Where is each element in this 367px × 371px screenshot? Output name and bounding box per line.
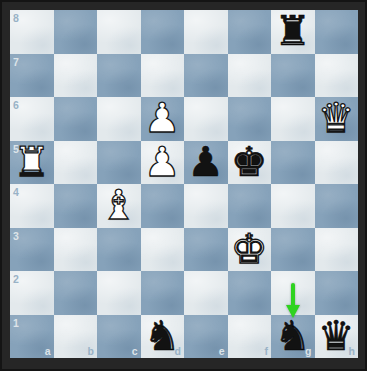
square-b5[interactable] [54,141,98,185]
white-rook-a5[interactable]: ♜ [10,141,54,185]
rank-label-7: 7 [13,56,19,68]
square-b2[interactable] [54,271,98,315]
square-g5[interactable] [271,141,315,185]
file-label-b: b [88,345,94,357]
square-c6[interactable] [97,97,141,141]
rank-label-4: 4 [13,186,19,198]
square-c1[interactable]: c [97,315,141,359]
square-d7[interactable] [141,54,185,98]
square-d3[interactable] [141,228,185,272]
square-c3[interactable] [97,228,141,272]
square-c5[interactable] [97,141,141,185]
square-a7[interactable]: 7 [10,54,54,98]
square-e3[interactable] [184,228,228,272]
black-knight-g1[interactable]: ♞ [271,315,315,359]
square-h1[interactable]: h♛ [315,315,359,359]
black-rook-g8[interactable]: ♜ [271,10,315,54]
white-king-f3[interactable]: ♚ [228,228,272,272]
square-d5[interactable]: ♟ [141,141,185,185]
square-b8[interactable] [54,10,98,54]
square-f1[interactable]: f [228,315,272,359]
square-e1[interactable]: e [184,315,228,359]
file-label-e: e [219,345,225,357]
square-g1[interactable]: g♞ [271,315,315,359]
square-g6[interactable] [271,97,315,141]
square-b1[interactable]: b [54,315,98,359]
square-e7[interactable] [184,54,228,98]
square-h2[interactable] [315,271,359,315]
square-h8[interactable] [315,10,359,54]
square-a8[interactable]: 8 [10,10,54,54]
square-e2[interactable] [184,271,228,315]
square-e8[interactable] [184,10,228,54]
square-a3[interactable]: 3 [10,228,54,272]
square-h4[interactable] [315,184,359,228]
square-f7[interactable] [228,54,272,98]
square-d6[interactable]: ♟ [141,97,185,141]
black-queen-h1[interactable]: ♛ [315,315,359,359]
black-king-f5[interactable]: ♚ [228,141,272,185]
square-c4[interactable]: ♝ [97,184,141,228]
square-a5[interactable]: 5♜ [10,141,54,185]
square-h5[interactable] [315,141,359,185]
square-d8[interactable] [141,10,185,54]
rank-label-2: 2 [13,273,19,285]
square-e5[interactable]: ♟ [184,141,228,185]
square-e4[interactable] [184,184,228,228]
square-f8[interactable] [228,10,272,54]
square-f5[interactable]: ♚ [228,141,272,185]
square-g4[interactable] [271,184,315,228]
white-pawn-d6[interactable]: ♟ [141,97,185,141]
white-bishop-c4[interactable]: ♝ [97,184,141,228]
square-c7[interactable] [97,54,141,98]
square-f6[interactable] [228,97,272,141]
square-a6[interactable]: 6 [10,97,54,141]
chess-board: 8♜76♟♛5♜♟♟♚4♝3♚21abcd♞efg♞h♛ [10,10,358,358]
square-f3[interactable]: ♚ [228,228,272,272]
square-g3[interactable] [271,228,315,272]
rank-label-8: 8 [13,12,19,24]
black-pawn-e5[interactable]: ♟ [184,141,228,185]
rank-label-1: 1 [13,317,19,329]
rank-label-6: 6 [13,99,19,111]
square-a1[interactable]: 1a [10,315,54,359]
square-f4[interactable] [228,184,272,228]
file-label-c: c [132,345,138,357]
square-h3[interactable] [315,228,359,272]
white-pawn-d5[interactable]: ♟ [141,141,185,185]
square-b3[interactable] [54,228,98,272]
file-label-f: f [265,345,269,357]
square-e6[interactable] [184,97,228,141]
square-b6[interactable] [54,97,98,141]
square-c2[interactable] [97,271,141,315]
rank-label-3: 3 [13,230,19,242]
black-knight-d1[interactable]: ♞ [141,315,185,359]
square-g2[interactable] [271,271,315,315]
file-label-a: a [45,345,51,357]
app-frame: 8♜76♟♛5♜♟♟♚4♝3♚21abcd♞efg♞h♛ [0,0,367,371]
square-d4[interactable] [141,184,185,228]
square-f2[interactable] [228,271,272,315]
square-b4[interactable] [54,184,98,228]
square-g8[interactable]: ♜ [271,10,315,54]
square-h6[interactable]: ♛ [315,97,359,141]
white-queen-h6[interactable]: ♛ [315,97,359,141]
square-a4[interactable]: 4 [10,184,54,228]
square-b7[interactable] [54,54,98,98]
square-c8[interactable] [97,10,141,54]
square-a2[interactable]: 2 [10,271,54,315]
square-h7[interactable] [315,54,359,98]
square-g7[interactable] [271,54,315,98]
square-d1[interactable]: d♞ [141,315,185,359]
square-d2[interactable] [141,271,185,315]
